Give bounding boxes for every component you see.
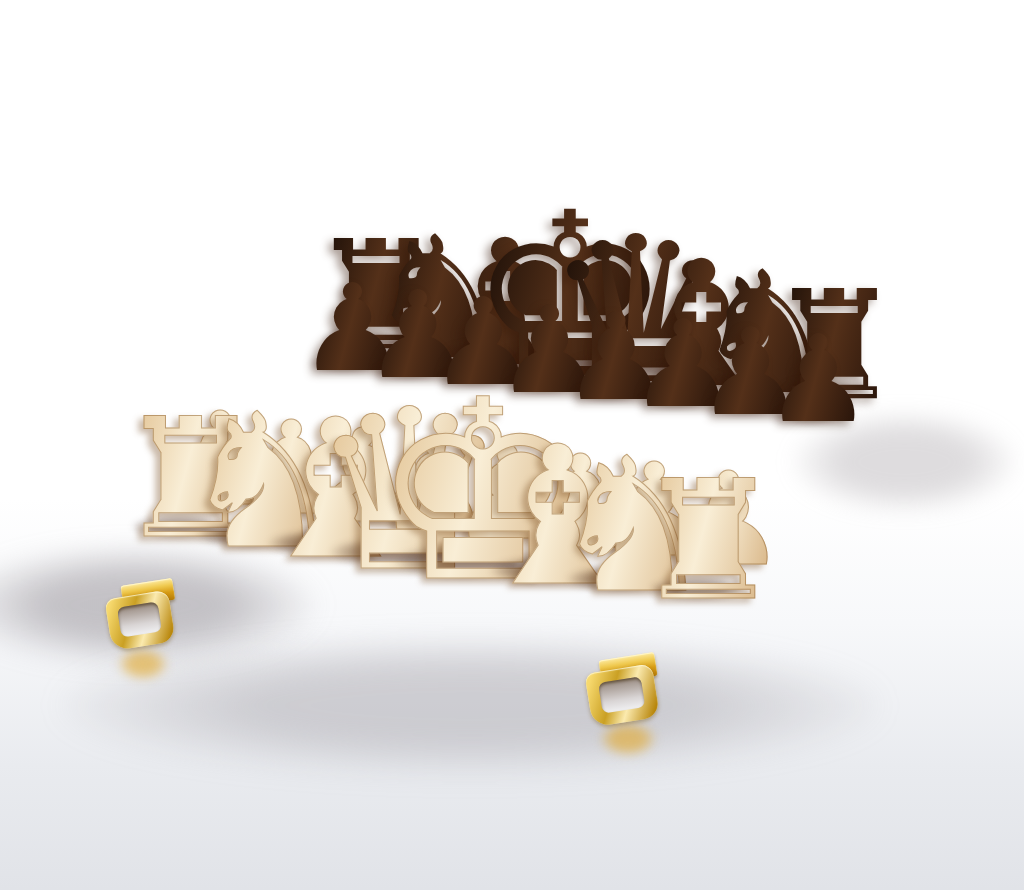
studio-scene: AABBCCDDEEFFGGHH1122334455667788 ♜♞♝♚♛♝♞… — [0, 0, 1024, 890]
floor-shadow-right — [792, 412, 1017, 512]
clasp-ring-hole — [598, 676, 645, 713]
gold-clasp-left — [103, 576, 196, 662]
gold-clasp-right — [582, 648, 679, 738]
clasp-ring — [584, 663, 660, 727]
floor-shadow-front — [60, 638, 880, 773]
clasp-ring — [104, 590, 175, 651]
clasp-ring-hole — [117, 601, 162, 637]
